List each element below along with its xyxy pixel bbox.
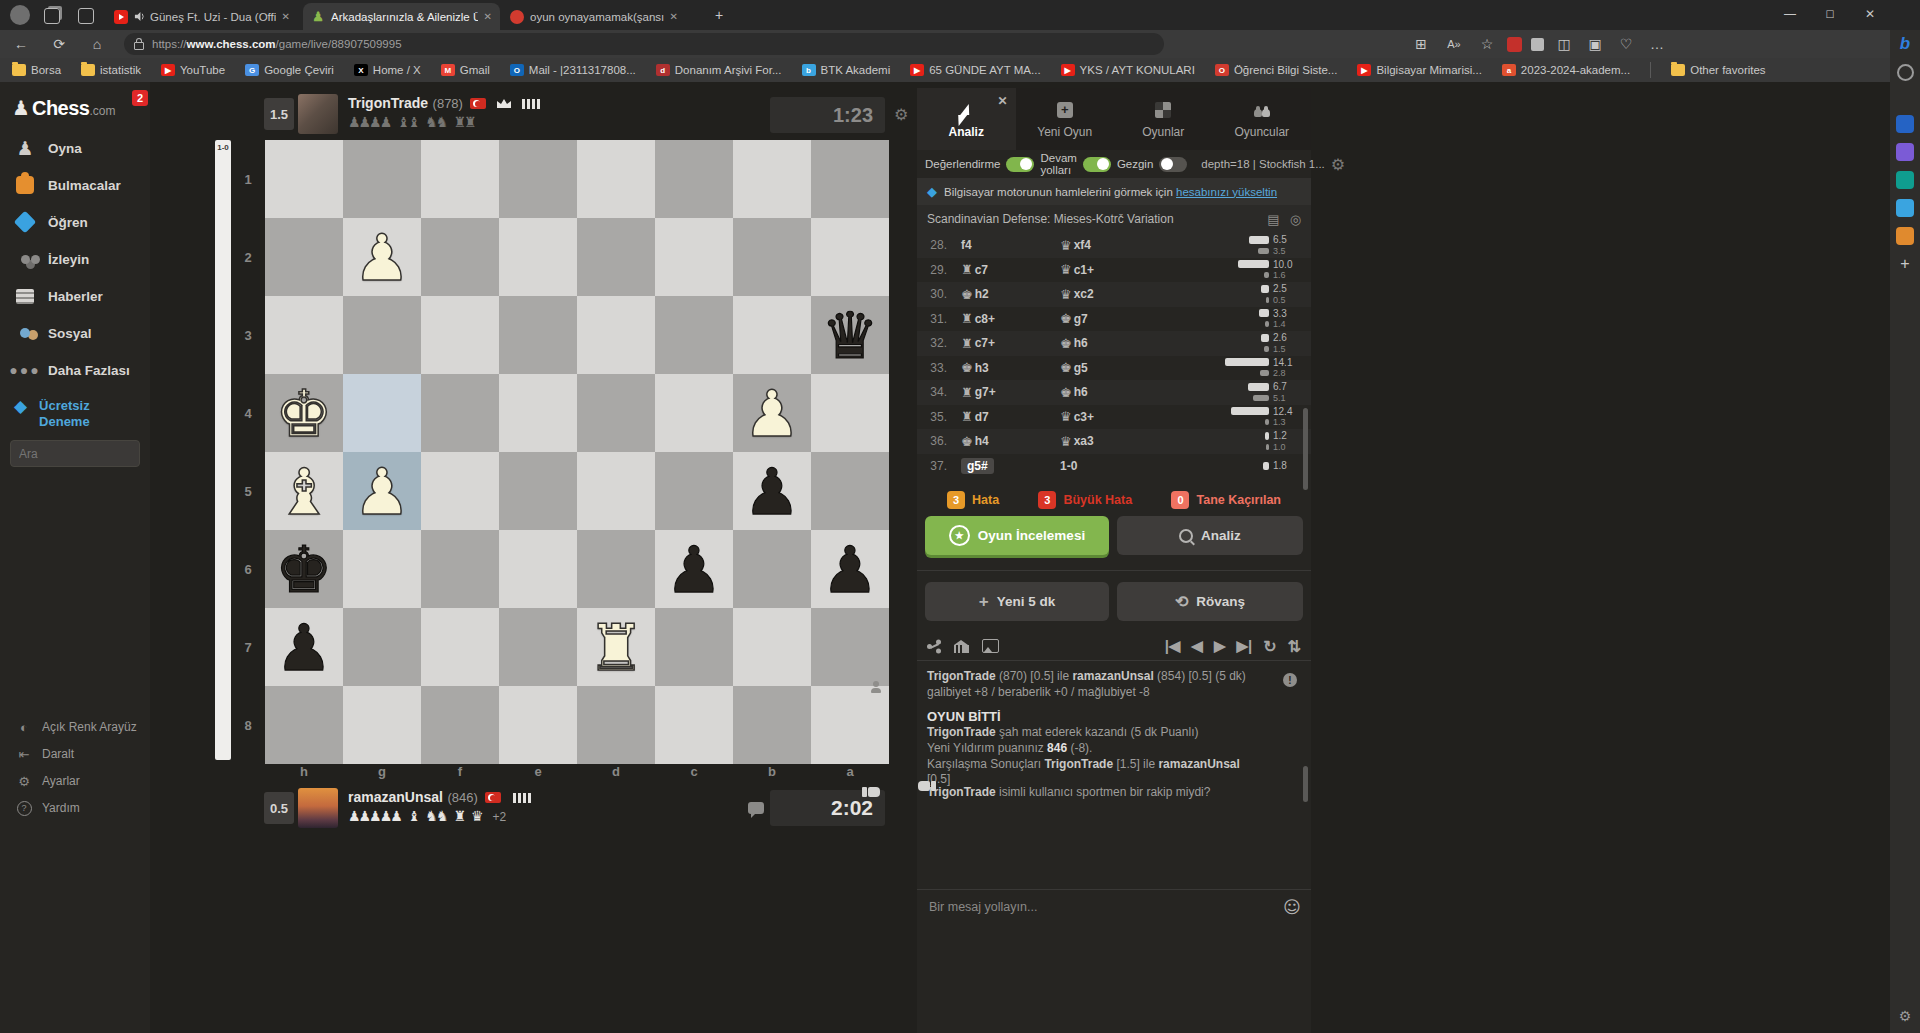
panel-tab-label: Oyuncular	[1234, 125, 1289, 139]
square-b8[interactable]	[733, 686, 811, 764]
white-pawn-g5[interactable]: ♟	[343, 452, 421, 530]
square-a8[interactable]	[811, 686, 889, 764]
game-over-heading: OYUN BİTTİ	[927, 709, 1261, 724]
white-move[interactable]: ♜c7	[961, 262, 1046, 277]
top-player-captured-pieces: ♟♟♟♟♝♝♞♞♜♜	[348, 114, 482, 130]
move-row-29: 29.♜c7♛c1+10.01.6	[917, 258, 1311, 283]
white-move[interactable]: ♜c8+	[961, 311, 1046, 326]
apps-grid-icon[interactable]: ⊞	[1410, 32, 1432, 56]
diamond-icon: ◆	[14, 398, 27, 415]
bookmark-label: BTK Akademi	[821, 64, 891, 76]
move-list-scrollbar[interactable]	[1303, 408, 1308, 490]
move-number: 34.	[917, 385, 947, 399]
bolt-icon	[962, 100, 971, 120]
bottom-player-score: 0.5	[264, 792, 294, 824]
bookmark-item[interactable]: bBTK Akademi	[802, 64, 891, 76]
flip-board-icon[interactable]: ⇅	[1288, 637, 1301, 656]
move-row-28: 28.f4♛xf46.53.5	[917, 233, 1311, 258]
top-player-rating: (878)	[433, 96, 463, 111]
bookmark-item[interactable]: GGoogle Çeviri	[245, 64, 334, 76]
bookmark-item[interactable]: ▶65 GÜNDE AYT MA...	[910, 64, 1040, 76]
sidebar-item-label: Haberler	[48, 289, 103, 304]
square-e7[interactable]	[499, 608, 577, 686]
bing-copilot-icon[interactable]: b	[1900, 34, 1910, 54]
white-pawn-b4[interactable]: ♟	[733, 374, 811, 452]
bottom-item-icon: ⇤	[16, 747, 32, 762]
rank-labels: 12345678	[238, 140, 258, 764]
bottom-item-label: Ayarlar	[42, 774, 80, 788]
square-e2[interactable]	[499, 218, 577, 296]
tab-close-icon[interactable]: ✕	[670, 11, 678, 22]
bookmark-item[interactable]: ▶Bilgisayar Mimarisi...	[1357, 64, 1481, 76]
square-e6[interactable]	[499, 530, 577, 608]
file-label: f	[421, 764, 499, 782]
bulmaca-icon	[14, 174, 36, 196]
white-move[interactable]: ♜c7+	[961, 336, 1046, 351]
bookmark-item[interactable]: istatistik	[81, 64, 141, 76]
add-friend-icon[interactable]	[871, 681, 885, 693]
back-button[interactable]: ←	[8, 32, 34, 56]
square-e5[interactable]	[499, 452, 577, 530]
mistake-summary-row: 3Hata3Büyük Hata0Tane Kaçırılan	[917, 483, 1311, 517]
sidebar-search-icon[interactable]	[1897, 64, 1914, 81]
tab-favicon	[114, 10, 128, 24]
bookmark-label: 2023-2024-akadem...	[1521, 64, 1630, 76]
square-c5[interactable]	[655, 452, 733, 530]
profile-avatar-icon[interactable]	[10, 5, 30, 25]
sidebar-app-icon[interactable]	[1896, 143, 1914, 161]
square-c6[interactable]: ♟	[655, 530, 733, 608]
square-e1[interactable]	[499, 140, 577, 218]
square-e3[interactable]	[499, 296, 577, 374]
move-row-31: 31.♜c8+♚g73.31.4	[917, 307, 1311, 332]
logo-domain-text: .com	[89, 104, 115, 118]
chat-and-summary: TrigonTrade (870) [0.5] ile ramazanUnsal…	[917, 660, 1311, 1033]
refresh-button[interactable]: ⟳	[46, 32, 72, 56]
bookmark-label: Mail - |2311317808...	[529, 64, 636, 76]
chesscom-sidebar: ♟ Chess .com 2 ♟OynaBulmacalarÖğrenİzley…	[0, 82, 150, 1033]
mistake-stat-hata: 3Hata	[947, 491, 999, 509]
sidebar-bottom-item[interactable]: ⇤Daralt	[0, 741, 150, 767]
site-favicon: O	[510, 64, 524, 76]
square-b4[interactable]: ♟	[733, 374, 811, 452]
square-a2[interactable]	[811, 218, 889, 296]
diamond-icon: ◆	[927, 184, 937, 199]
opening-book-icon[interactable]: ▤	[1267, 212, 1279, 227]
go-first-move-icon[interactable]: |◀	[1165, 637, 1181, 655]
top-player-avatar[interactable]	[298, 94, 338, 134]
site-favicon: M	[441, 64, 455, 76]
square-h5[interactable]: ♝	[265, 452, 343, 530]
thumbs-down-icon[interactable]	[916, 779, 936, 797]
panel-close-icon[interactable]: ✕	[997, 94, 1007, 108]
home-button[interactable]: ⌂	[84, 32, 110, 56]
panel-tab-label: Oyunlar	[1142, 125, 1184, 139]
square-d7[interactable]: ♜	[577, 608, 655, 686]
tab-close-icon[interactable]: ✕	[484, 11, 492, 22]
move-row-36: 36.♚h4♛xa31.21.0	[917, 429, 1311, 454]
square-a6[interactable]: ♟	[811, 530, 889, 608]
square-a4[interactable]	[811, 374, 889, 452]
square-b6[interactable]	[733, 530, 811, 608]
move-row-37: 37.g5#1-01.8	[917, 454, 1311, 479]
panel-tab-yeni-oyun[interactable]: +Yeni Oyun	[1016, 88, 1115, 150]
rank-label: 4	[238, 374, 258, 452]
chat-scrollbar[interactable]	[1303, 766, 1308, 802]
tab-favicon: ♟	[311, 10, 325, 24]
star-icon: ★	[949, 525, 970, 546]
file-label: a	[811, 764, 889, 782]
previous-move-icon[interactable]: ◀	[1191, 637, 1203, 655]
sidebar-app-icon[interactable]	[1896, 227, 1914, 245]
square-d8[interactable]	[577, 686, 655, 764]
evaluation-bar: 1-0	[215, 140, 231, 760]
white-move[interactable]: ♚h4	[961, 434, 1046, 449]
tab-title: Arkadaşlarınızla & Ailenizle Ücret	[331, 11, 478, 23]
white-move[interactable]: ♜g7+	[961, 385, 1046, 400]
connection-signal-icon	[522, 99, 540, 109]
bottom-player-avatar[interactable]	[298, 788, 338, 828]
connection-signal-icon	[513, 793, 531, 803]
square-g4[interactable]	[343, 374, 421, 452]
black-queen-a3[interactable]: ♛	[811, 296, 889, 374]
square-e8[interactable]	[499, 686, 577, 764]
window-maximize-button[interactable]: ☐	[1810, 0, 1850, 28]
bottom-player-rating: (846)	[447, 790, 477, 805]
game-review-button[interactable]: ★ Oyun İncelemesi	[925, 516, 1109, 555]
square-d3[interactable]	[577, 296, 655, 374]
sidebar-item-öğren[interactable]: Öğren	[0, 204, 150, 240]
engine-toggle-row: DeğerlendirmeDevam yollarıGezgindepth=18…	[917, 150, 1311, 178]
white-move[interactable]: ♚h3	[961, 360, 1046, 375]
square-d6[interactable]	[577, 530, 655, 608]
square-c3[interactable]	[655, 296, 733, 374]
chesscom-logo[interactable]: ♟ Chess .com	[12, 96, 115, 120]
board-settings-gear-icon[interactable]: ⚙	[894, 105, 908, 124]
toolbar-right-icons: ⊞ A» ☆ ◫ ▣ ♡ …	[1410, 32, 1668, 56]
other-favorites[interactable]: Other favorites	[1671, 64, 1765, 76]
square-f5[interactable]	[421, 452, 499, 530]
square-d5[interactable]	[577, 452, 655, 530]
folder-icon	[12, 64, 26, 76]
panel-tab-label: Yeni Oyun	[1037, 125, 1092, 139]
square-a3[interactable]: ♛	[811, 296, 889, 374]
file-label: c	[655, 764, 733, 782]
square-c7[interactable]	[655, 608, 733, 686]
sidebar-app-icon[interactable]	[1896, 171, 1914, 189]
move-evals: 12.41.3	[1231, 406, 1297, 427]
folder-icon	[81, 64, 95, 76]
add-favorite-star-icon[interactable]: ☆	[1476, 32, 1498, 56]
bookmark-item[interactable]: a2023-2024-akadem...	[1502, 64, 1630, 76]
rank-label: 2	[238, 218, 258, 296]
extension-badge-icon[interactable]	[1507, 37, 1522, 52]
square-b1[interactable]	[733, 140, 811, 218]
move-evals: 2.61.5	[1261, 333, 1297, 354]
square-b7[interactable]	[733, 608, 811, 686]
panel-tab-analiz[interactable]: Analiz✕	[917, 88, 1016, 150]
site-favicon: d	[656, 64, 670, 76]
move-evals: 10.01.6	[1238, 259, 1297, 280]
sidebar-item-daha-fazlası[interactable]: ●●●Daha Fazlası	[0, 352, 150, 388]
youtube-icon: ▶	[1061, 64, 1075, 76]
checker-icon	[1155, 100, 1171, 120]
bottom-item-icon: ◐	[16, 720, 32, 735]
sidebar-item-bulmacalar[interactable]: Bulmacalar	[0, 167, 150, 203]
white-rook-d7[interactable]: ♜	[577, 608, 655, 686]
sidebar-search-input[interactable]	[10, 440, 140, 467]
square-g2[interactable]: ♟	[343, 218, 421, 296]
bottom-item-label: Yardım	[42, 801, 80, 815]
next-move-icon[interactable]: ▶	[1214, 637, 1226, 655]
sidebar-item-label: Bulmacalar	[48, 178, 121, 193]
black-move[interactable]: ♛xa3	[1060, 434, 1145, 449]
black-pawn-c6[interactable]: ♟	[655, 530, 733, 608]
chat-message-input[interactable]	[927, 899, 1275, 915]
emoji-smiley-icon[interactable]: ☺	[1283, 897, 1301, 917]
file-label: h	[265, 764, 343, 782]
share-icon[interactable]	[927, 639, 941, 653]
sidebar-settings-gear-icon[interactable]: ⚙	[1896, 1007, 1914, 1025]
black-move[interactable]: 1-0	[1060, 459, 1145, 473]
analyze-button[interactable]: Analiz	[1117, 516, 1303, 555]
square-e4[interactable]	[499, 374, 577, 452]
sidebar-bottom-item[interactable]: ◐Açık Renk Arayüz	[0, 714, 150, 740]
black-move[interactable]: ♛c3+	[1060, 409, 1145, 424]
white-move[interactable]: ♜d7	[961, 409, 1046, 424]
bottom-item-label: Daralt	[42, 747, 74, 761]
info-icon[interactable]: !	[1283, 673, 1297, 687]
file-label: g	[343, 764, 421, 782]
panel-tab-oyuncular[interactable]: Oyuncular	[1213, 88, 1312, 150]
url-bar[interactable]: https://www.chess.com/game/live/88907509…	[124, 33, 1164, 55]
people-icon	[1253, 100, 1271, 120]
browser-essentials-icon[interactable]: ♡	[1615, 32, 1637, 56]
bookmark-item[interactable]: Borsa	[12, 64, 61, 76]
window-close-button[interactable]: ✕	[1850, 0, 1890, 28]
square-c8[interactable]	[655, 686, 733, 764]
dots-icon: ●●●	[14, 359, 36, 381]
bookmark-item[interactable]: MGmail	[441, 64, 490, 76]
browser-tab[interactable]: Güneş Ft. Uzi - Dua (Official✕	[106, 3, 298, 30]
explorer-compass-icon[interactable]: ◎	[1290, 212, 1301, 227]
square-f6[interactable]	[421, 530, 499, 608]
site-favicon: O	[1215, 64, 1229, 76]
sidebar-item-free-trial[interactable]: ◆ ÜcretsizDeneme	[14, 398, 90, 430]
logo-text: Chess	[32, 97, 90, 120]
sidebar-app-icons	[1896, 115, 1914, 245]
square-g8[interactable]	[343, 686, 421, 764]
white-move[interactable]: f4	[961, 238, 1046, 252]
tab-group-icon[interactable]	[44, 8, 60, 24]
black-move[interactable]: ♛xc2	[1060, 287, 1145, 302]
square-d1[interactable]	[577, 140, 655, 218]
youtube-icon: ▶	[161, 64, 175, 76]
new-tab-button[interactable]: +	[706, 3, 732, 27]
mistake-count-badge: 3	[1038, 491, 1056, 509]
square-b3[interactable]	[733, 296, 811, 374]
square-g1[interactable]	[343, 140, 421, 218]
square-h1[interactable]	[265, 140, 343, 218]
black-pawn-h7[interactable]: ♟	[265, 608, 343, 686]
bookmark-item[interactable]: OMail - |2311317808...	[510, 64, 636, 76]
upgrade-account-link[interactable]: hesabınızı yükseltin	[1176, 186, 1277, 198]
square-d4[interactable]	[577, 374, 655, 452]
black-move[interactable]: ♚h6	[1060, 336, 1145, 351]
square-g7[interactable]	[343, 608, 421, 686]
chess-board: ♟♛♚♟♝♟♟♚♟♟♟♜	[265, 140, 889, 764]
square-c4[interactable]	[655, 374, 733, 452]
file-label: d	[577, 764, 655, 782]
black-move[interactable]: ♚g5	[1060, 360, 1145, 375]
collections-icon[interactable]: ▣	[1584, 32, 1606, 56]
sidebar-add-icon[interactable]: +	[1896, 255, 1914, 273]
square-h2[interactable]	[265, 218, 343, 296]
download-image-icon[interactable]	[982, 639, 999, 653]
new-game-button[interactable]: + Yeni 5 dk	[925, 582, 1109, 621]
move-evals: 1.21.0	[1265, 431, 1297, 452]
toggle-değerlendirme[interactable]	[1006, 157, 1034, 172]
sidebar-bottom-item[interactable]: ?Yardım	[0, 795, 150, 821]
toggle-label: Gezgin	[1117, 158, 1153, 170]
rating-stakes-line: galibiyet +8 / beraberlik +0 / mağlubiye…	[927, 685, 1261, 700]
square-a5[interactable]	[811, 452, 889, 530]
chat-bubble-icon[interactable]	[748, 802, 764, 814]
mistake-stat-büyük-hata: 3Büyük Hata	[1038, 491, 1132, 509]
move-number: 31.	[917, 312, 947, 326]
bookmark-item[interactable]: ▶YouTube	[161, 64, 225, 76]
sidebar-item-sosyal[interactable]: Sosyal	[0, 315, 150, 351]
square-f3[interactable]	[421, 296, 499, 374]
refresh-icon[interactable]: ↻	[1263, 637, 1276, 656]
site-favicon: G	[245, 64, 259, 76]
panel-tabs: Analiz✕+Yeni OyunOyunlarOyuncular	[917, 88, 1311, 150]
square-c1[interactable]	[655, 140, 733, 218]
sidebar-item-i̇zleyin[interactable]: İzleyin	[0, 241, 150, 277]
square-g6[interactable]	[343, 530, 421, 608]
mistake-count-badge: 3	[947, 491, 965, 509]
white-pawn-g2[interactable]: ♟	[343, 218, 421, 296]
bottom-item-label: Açık Renk Arayüz	[42, 720, 137, 734]
bookmark-label: 65 GÜNDE AYT MA...	[929, 64, 1040, 76]
square-h7[interactable]: ♟	[265, 608, 343, 686]
sosyal-icon	[14, 322, 36, 344]
toggle-gezgin[interactable]	[1159, 157, 1187, 172]
window-minimize-button[interactable]: —	[1770, 0, 1810, 28]
square-b2[interactable]	[733, 218, 811, 296]
browser-tab[interactable]: oyun oynayamamak(şansız bir g✕	[502, 3, 686, 30]
bottom-player-captured-pieces: ♟♟♟♟♟♝♞♞♜♛+2	[348, 808, 506, 824]
sidebar-app-icon[interactable]	[1896, 115, 1914, 133]
square-g5[interactable]: ♟	[343, 452, 421, 530]
go-last-move-icon[interactable]: ▶|	[1236, 637, 1252, 655]
engine-settings-gear-icon[interactable]: ⚙	[1331, 155, 1345, 174]
square-f1[interactable]	[421, 140, 499, 218]
square-a7[interactable]	[811, 608, 889, 686]
browser-tab[interactable]: ♟Arkadaşlarınızla & Ailenizle Ücret✕	[303, 3, 500, 30]
black-move[interactable]: ♚g7	[1060, 311, 1145, 326]
black-pawn-a6[interactable]: ♟	[811, 530, 889, 608]
square-c2[interactable]	[655, 218, 733, 296]
square-f8[interactable]	[421, 686, 499, 764]
game-tools-row: |◀ ◀ ▶ ▶| ↻ ⇅	[917, 633, 1311, 659]
square-g3[interactable]	[343, 296, 421, 374]
move-row-32: 32.♜c7+♚h62.61.5	[917, 331, 1311, 356]
sidebar-item-haberler[interactable]: Haberler	[0, 278, 150, 314]
tab-close-icon[interactable]: ✕	[282, 11, 290, 22]
black-move[interactable]: ♛c1+	[1060, 262, 1145, 277]
white-move[interactable]: g5#	[961, 458, 1046, 474]
settings-menu-icon[interactable]: …	[1646, 32, 1668, 56]
bookmark-item[interactable]: ▶YKS / AYT KONULARI	[1061, 64, 1195, 76]
move-evals: 1.8	[1263, 461, 1297, 471]
bookmark-item[interactable]: XHome / X	[354, 64, 421, 76]
bookmarks-bar: Borsaistatistik▶YouTubeGGoogle ÇeviriXHo…	[0, 58, 1920, 82]
sidebar-app-icon[interactable]	[1896, 199, 1914, 217]
bottom-player-name[interactable]: ramazanUnsal	[348, 789, 443, 805]
white-move[interactable]: ♚h2	[961, 287, 1046, 302]
sidebar-item-label: Daha Fazlası	[48, 363, 130, 378]
bookmark-item[interactable]: dDonanım Arşivi For...	[656, 64, 782, 76]
toggle-label: Devam yolları	[1040, 152, 1076, 176]
square-f7[interactable]	[421, 608, 499, 686]
thumbs-up-icon[interactable]	[862, 781, 882, 799]
square-f2[interactable]	[421, 218, 499, 296]
split-screen-icon[interactable]: ◫	[1553, 32, 1575, 56]
square-a1[interactable]	[811, 140, 889, 218]
rematch-button[interactable]: ⟲ Rövanş	[1117, 582, 1303, 621]
black-pawn-b5[interactable]: ♟	[733, 452, 811, 530]
vertical-tabs-icon[interactable]	[78, 8, 94, 24]
move-evals: 3.31.4	[1259, 308, 1297, 329]
sidebar-bottom-item[interactable]: ⚙Ayarlar	[0, 768, 150, 794]
move-row-35: 35.♜d7♛c3+12.41.3	[917, 405, 1311, 430]
white-bishop-h5[interactable]: ♝	[265, 452, 343, 530]
ogren-icon	[14, 211, 36, 233]
move-number: 28.	[917, 238, 947, 252]
black-move[interactable]: ♚h6	[1060, 385, 1145, 400]
library-icon[interactable]	[954, 640, 969, 653]
toggle-devam-yolları[interactable]	[1083, 157, 1111, 172]
square-h4[interactable]: ♚	[265, 374, 343, 452]
folder-icon	[1671, 64, 1685, 76]
square-h6[interactable]: ♚	[265, 530, 343, 608]
evaluation-result-label: 1-0	[215, 143, 231, 152]
square-h3[interactable]	[265, 296, 343, 374]
square-f4[interactable]	[421, 374, 499, 452]
square-b5[interactable]: ♟	[733, 452, 811, 530]
bookmark-item[interactable]: OÖğrenci Bilgi Siste...	[1215, 64, 1338, 76]
square-h8[interactable]	[265, 686, 343, 764]
browser-tab-bar: Güneş Ft. Uzi - Dua (Official✕♟Arkadaşla…	[0, 0, 1920, 30]
black-move[interactable]: ♛xf4	[1060, 238, 1145, 253]
panel-tab-oyunlar[interactable]: Oyunlar	[1114, 88, 1213, 150]
sidebar-item-oyna[interactable]: ♟Oyna	[0, 130, 150, 166]
square-d2[interactable]	[577, 218, 655, 296]
opening-name-row: Scandinavian Defense: Mieses-Kotrč Varia…	[917, 205, 1311, 233]
black-king-h6[interactable]: ♚	[265, 530, 343, 608]
white-king-h4[interactable]: ♚	[265, 374, 343, 452]
notification-badge: 2	[132, 90, 148, 106]
sidebar-item-label: İzleyin	[48, 252, 89, 267]
read-aloud-icon[interactable]: A»	[1441, 32, 1467, 56]
extensions-puzzle-icon[interactable]	[1531, 38, 1544, 51]
top-player-score: 1.5	[264, 98, 294, 130]
top-player-name[interactable]: TrigonTrade	[348, 95, 428, 111]
upgrade-banner: ◆ Bilgisayar motorunun hamlelerini görme…	[917, 178, 1311, 205]
tab-audio-icon	[134, 11, 145, 22]
top-player-clock: 1:23	[770, 97, 885, 133]
